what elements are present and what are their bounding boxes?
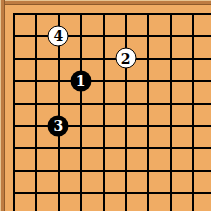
stone-black-3: 3 [48,115,69,136]
go-board: 1234 [0,0,211,211]
stone-black-1: 1 [70,70,91,91]
stones-layer: 1234 [0,0,211,211]
stone-white-2: 2 [115,48,136,69]
stone-white-4: 4 [48,25,69,46]
